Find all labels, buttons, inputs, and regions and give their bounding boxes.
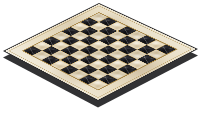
chess-board[interactable] xyxy=(3,3,198,101)
photo-scene xyxy=(0,0,200,114)
